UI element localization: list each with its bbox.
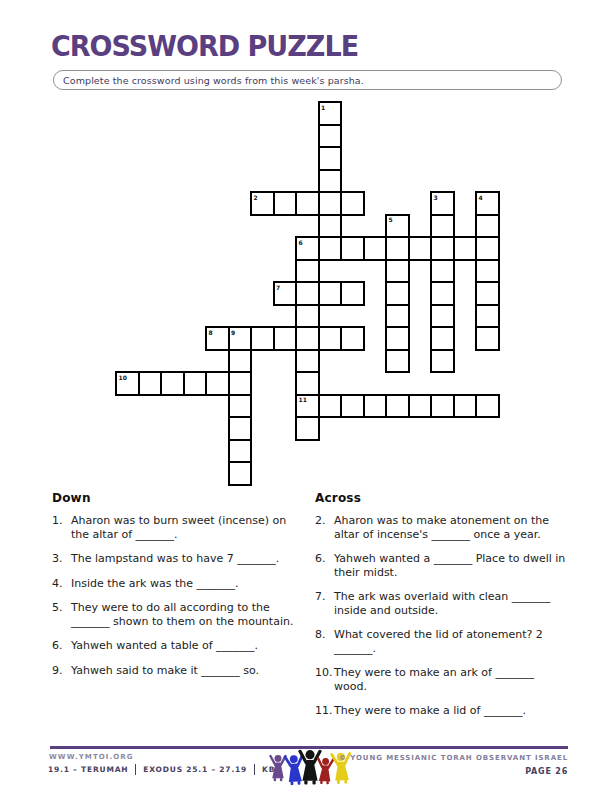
down-clue-list: 1.Aharon was to burn sweet (incense) on … <box>52 514 304 677</box>
grid-cell[interactable] <box>408 236 433 261</box>
grid-cell[interactable]: 8 <box>205 326 230 351</box>
clue-number: 7. <box>315 590 334 617</box>
grid-cell[interactable]: 7 <box>273 281 298 306</box>
grid-cell[interactable]: 3 <box>430 191 455 216</box>
clue-item: 3.The lampstand was to have 7 _______. <box>52 552 304 566</box>
grid-cell[interactable] <box>385 236 410 261</box>
clue-item: 6.Yahweh wanted a _______ Place to dwell… <box>315 552 568 579</box>
grid-cell[interactable] <box>430 394 455 419</box>
grid-clue-number: 8 <box>209 329 213 336</box>
grid-cell[interactable] <box>430 326 455 351</box>
grid-cell[interactable] <box>475 394 500 419</box>
grid-clue-number: 9 <box>231 329 235 336</box>
grid-cell[interactable] <box>430 259 455 284</box>
clue-item: 1.Aharon was to burn sweet (incense) on … <box>52 514 304 541</box>
grid-cell[interactable] <box>475 326 500 351</box>
grid-cell[interactable] <box>430 236 455 261</box>
grid-cell[interactable] <box>453 236 478 261</box>
grid-cell[interactable]: 2 <box>250 191 275 216</box>
grid-cell[interactable] <box>228 416 253 441</box>
clue-item: 7.The ark was overlaid with clean ______… <box>315 590 568 617</box>
logo-figure-red <box>317 758 333 785</box>
grid-clue-number: 1 <box>321 104 325 111</box>
grid-cell[interactable] <box>228 371 253 396</box>
grid-cell[interactable] <box>408 394 433 419</box>
grid-clue-number: 5 <box>389 216 393 223</box>
across-heading: Across <box>315 491 568 505</box>
grid-cell[interactable] <box>295 326 320 351</box>
grid-cell[interactable] <box>475 304 500 329</box>
grid-cell[interactable] <box>318 124 343 149</box>
grid-cell[interactable] <box>295 349 320 374</box>
clue-text: Inside the ark was the _______. <box>71 577 304 591</box>
grid-cell[interactable] <box>385 259 410 284</box>
grid-cell[interactable] <box>340 326 365 351</box>
clue-item: 9.Yahweh said to make it _______ so. <box>52 664 304 678</box>
crossword-grid: 1234567891011 <box>115 101 498 484</box>
clue-text: Aharon was to make atonement on the alta… <box>334 514 568 541</box>
grid-cell[interactable] <box>250 326 275 351</box>
clue-item: 4.Inside the ark was the _______. <box>52 577 304 591</box>
grid-cell[interactable] <box>363 236 388 261</box>
grid-clue-number: 3 <box>434 194 438 201</box>
clue-text: Aharon was to burn sweet (incense) on th… <box>71 514 304 541</box>
grid-cell[interactable] <box>295 281 320 306</box>
reference-part: 19.1 – TERUMAH <box>48 765 128 774</box>
clue-number: 4. <box>52 577 71 591</box>
clue-text: Yahweh wanted a table of _______. <box>71 639 304 653</box>
grid-cell[interactable] <box>475 259 500 284</box>
across-clue-list: 2.Aharon was to make atonement on the al… <box>315 514 568 718</box>
grid-cell[interactable] <box>385 304 410 329</box>
grid-cell[interactable] <box>385 281 410 306</box>
across-clues-section: Across 2.Aharon was to make atonement on… <box>315 491 568 729</box>
grid-cell[interactable] <box>318 214 343 239</box>
clue-number: 2. <box>315 514 334 541</box>
clue-number: 10. <box>315 666 334 693</box>
logo-figure-black <box>300 750 320 784</box>
grid-cell[interactable] <box>318 326 343 351</box>
grid-clue-number: 10 <box>119 374 127 381</box>
grid-cell[interactable] <box>295 371 320 396</box>
reference-separator <box>254 764 255 775</box>
grid-cell[interactable] <box>183 371 208 396</box>
logo-figure-blue <box>285 755 304 786</box>
grid-clue-number: 4 <box>479 194 483 201</box>
grid-cell[interactable] <box>318 191 343 216</box>
grid-cell[interactable] <box>385 349 410 374</box>
clue-text: Yahweh wanted a _______ Place to dwell i… <box>334 552 568 579</box>
grid-cell[interactable]: 1 <box>318 101 343 126</box>
grid-clue-number: 11 <box>299 396 307 403</box>
grid-cell[interactable]: 9 <box>228 326 253 351</box>
clue-number: 5. <box>52 601 71 628</box>
grid-cell[interactable] <box>475 281 500 306</box>
grid-cell[interactable] <box>273 191 298 216</box>
clue-item: 11.They were to make a lid of _______. <box>315 704 568 718</box>
clue-item: 10.They were to make an ark of _______ w… <box>315 666 568 693</box>
clue-text: They were to make a lid of _______. <box>334 704 568 718</box>
footer-page-number: PAGE 26 <box>525 767 568 776</box>
grid-cell[interactable] <box>385 326 410 351</box>
grid-cell[interactable] <box>205 371 230 396</box>
footer-reference: 19.1 – TERUMAHEXODUS 25.1 – 27.19KB <box>48 764 275 775</box>
grid-cell[interactable] <box>340 191 365 216</box>
instruction-banner: Complete the crossword using words from … <box>53 70 562 90</box>
footer-website: WWW.YMTOI.ORG <box>49 753 134 761</box>
instruction-text: Complete the crossword using words from … <box>54 75 364 86</box>
clue-text: They were to make an ark of _______ wood… <box>334 666 568 693</box>
clue-text: The lampstand was to have 7 _______. <box>71 552 304 566</box>
clue-text: Yahweh said to make it _______ so. <box>71 664 304 678</box>
clue-item: 8.What covered the lid of atonement? 2 _… <box>315 628 568 655</box>
down-clues-section: Down 1.Aharon was to burn sweet (incense… <box>52 491 304 688</box>
grid-cell[interactable] <box>160 371 185 396</box>
reference-part: EXODUS 25.1 – 27.19 <box>143 765 247 774</box>
grid-cell[interactable]: 5 <box>385 214 410 239</box>
grid-cell[interactable] <box>295 259 320 284</box>
clue-number: 9. <box>52 664 71 678</box>
grid-cell[interactable] <box>430 349 455 374</box>
reference-separator <box>135 764 136 775</box>
logo-figure-purple <box>270 755 285 781</box>
grid-cell[interactable] <box>228 394 253 419</box>
grid-cell[interactable] <box>430 214 455 239</box>
grid-cell[interactable] <box>273 326 298 351</box>
footer-copyright: © YOUNG MESSIANIC TORAH OBSERVANT ISRAEL <box>339 754 568 762</box>
grid-cell[interactable] <box>138 371 163 396</box>
grid-clue-number: 7 <box>276 284 280 291</box>
grid-cell[interactable] <box>295 416 320 441</box>
grid-cell[interactable] <box>385 394 410 419</box>
grid-cell[interactable] <box>318 146 343 171</box>
grid-cell[interactable]: 6 <box>295 236 320 261</box>
clue-item: 5.They were to do all according to the _… <box>52 601 304 628</box>
grid-cell[interactable] <box>340 394 365 419</box>
grid-cell[interactable]: 10 <box>115 371 140 396</box>
clue-text: They were to do all according to the ___… <box>71 601 304 628</box>
clue-number: 11. <box>315 704 334 718</box>
grid-cell[interactable] <box>318 394 343 419</box>
grid-cell[interactable] <box>318 281 343 306</box>
clue-item: 6.Yahweh wanted a table of _______. <box>52 639 304 653</box>
grid-cell[interactable] <box>228 461 253 486</box>
grid-cell[interactable] <box>363 394 388 419</box>
grid-cell[interactable] <box>475 236 500 261</box>
grid-cell[interactable] <box>318 169 343 194</box>
grid-cell[interactable] <box>453 394 478 419</box>
clue-number: 8. <box>315 628 334 655</box>
grid-cell[interactable] <box>340 281 365 306</box>
grid-clue-number: 2 <box>254 194 258 201</box>
grid-cell[interactable] <box>228 349 253 374</box>
grid-cell[interactable] <box>295 304 320 329</box>
grid-cell[interactable] <box>340 236 365 261</box>
grid-cell[interactable] <box>295 191 320 216</box>
clue-number: 1. <box>52 514 71 541</box>
page-title: CROSSWORD PUZZLE <box>51 30 358 63</box>
grid-cell[interactable] <box>228 439 253 464</box>
grid-cell[interactable] <box>430 281 455 306</box>
clue-number: 6. <box>315 552 334 579</box>
clue-text: What covered the lid of atonement? 2 ___… <box>334 628 568 655</box>
down-heading: Down <box>52 491 304 505</box>
grid-clue-number: 6 <box>299 239 303 246</box>
grid-cell[interactable] <box>475 214 500 239</box>
grid-cell[interactable] <box>318 236 343 261</box>
grid-cell[interactable] <box>430 304 455 329</box>
clue-item: 2.Aharon was to make atonement on the al… <box>315 514 568 541</box>
grid-cell[interactable]: 11 <box>295 394 320 419</box>
grid-cell[interactable]: 4 <box>475 191 500 216</box>
clue-number: 6. <box>52 639 71 653</box>
clue-text: The ark was overlaid with clean _______ … <box>334 590 568 617</box>
clue-number: 3. <box>52 552 71 566</box>
